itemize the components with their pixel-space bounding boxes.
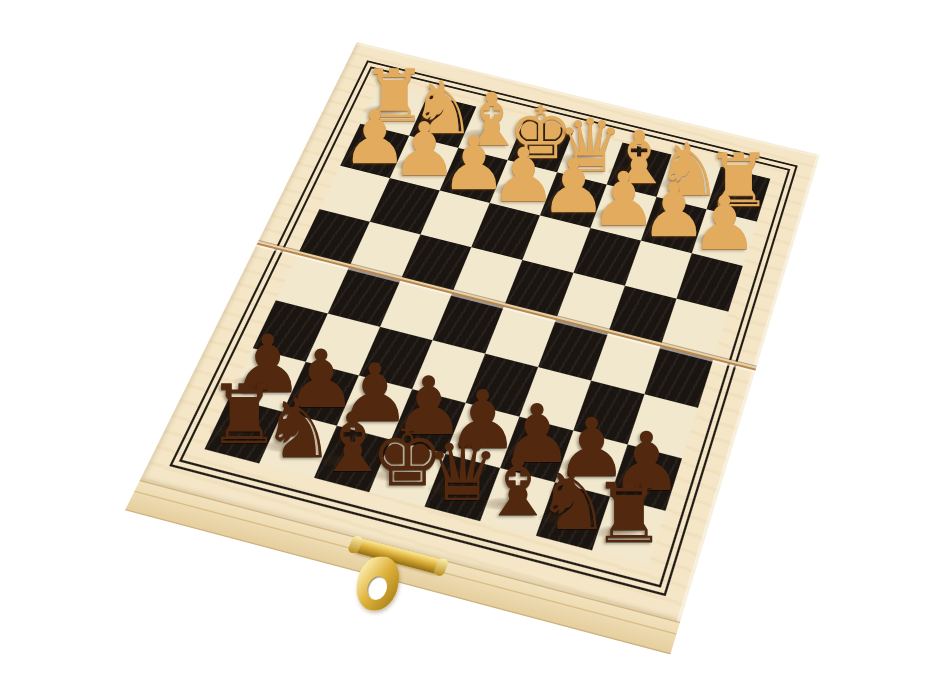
- photo-background: ♜♞♝♚♛♝♞♜♟♟♟♟♟♟♟♟♟♟♟♟♟♟♟♟♜♞♝♚♛♝♞♜: [0, 0, 950, 700]
- chess-box: [126, 42, 820, 652]
- latch-loop: [353, 556, 402, 610]
- latch-hole: [366, 576, 389, 600]
